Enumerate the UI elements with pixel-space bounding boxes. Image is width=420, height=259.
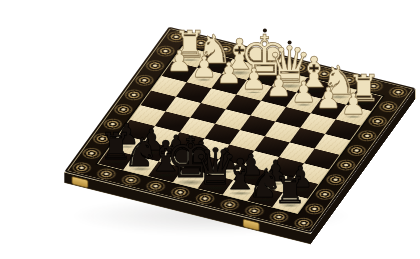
brass-clasp (72, 176, 89, 188)
product-photo: ♜♞♝♚♛♝♞♜♟♟♟♟♟♟♟♟♟♟♟♟♟♟♟♟♜♞♝♚♛♝♞♜ (0, 0, 420, 259)
